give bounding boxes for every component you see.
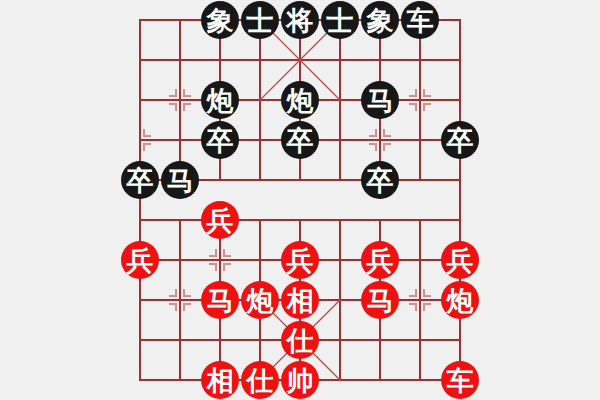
xiangqi-screenshot: 象士将士象车炮炮马卒卒卒卒马卒兵兵兵兵兵马炮相马炮仕相仕帅车 (0, 0, 600, 400)
piece-black-soldier[interactable]: 卒 (281, 121, 319, 159)
piece-black-elephant[interactable]: 象 (361, 1, 399, 39)
piece-red-advisor[interactable]: 仕 (241, 361, 279, 399)
piece-red-elephant[interactable]: 相 (201, 361, 239, 399)
piece-red-cannon[interactable]: 炮 (441, 281, 479, 319)
piece-black-elephant[interactable]: 象 (201, 1, 239, 39)
piece-black-cannon[interactable]: 炮 (281, 81, 319, 119)
piece-black-cannon[interactable]: 炮 (201, 81, 239, 119)
piece-red-soldier[interactable]: 兵 (281, 241, 319, 279)
piece-red-general[interactable]: 帅 (281, 361, 319, 399)
piece-black-soldier[interactable]: 卒 (201, 121, 239, 159)
piece-red-cannon[interactable]: 炮 (241, 281, 279, 319)
piece-black-soldier[interactable]: 卒 (441, 121, 479, 159)
piece-red-horse[interactable]: 马 (201, 281, 239, 319)
piece-black-general[interactable]: 将 (281, 1, 319, 39)
piece-black-horse[interactable]: 马 (361, 81, 399, 119)
piece-red-soldier[interactable]: 兵 (441, 241, 479, 279)
piece-black-soldier[interactable]: 卒 (121, 161, 159, 199)
piece-red-soldier[interactable]: 兵 (121, 241, 159, 279)
piece-black-advisor[interactable]: 士 (321, 1, 359, 39)
piece-red-advisor[interactable]: 仕 (281, 321, 319, 359)
piece-red-horse[interactable]: 马 (361, 281, 399, 319)
piece-black-soldier[interactable]: 卒 (361, 161, 399, 199)
piece-red-elephant[interactable]: 相 (281, 281, 319, 319)
piece-black-chariot[interactable]: 车 (401, 1, 439, 39)
piece-red-soldier[interactable]: 兵 (361, 241, 399, 279)
xiangqi-board[interactable]: 象士将士象车炮炮马卒卒卒卒马卒兵兵兵兵兵马炮相马炮仕相仕帅车 (120, 0, 480, 400)
piece-red-soldier[interactable]: 兵 (201, 201, 239, 239)
piece-black-advisor[interactable]: 士 (241, 1, 279, 39)
piece-red-chariot[interactable]: 车 (441, 361, 479, 399)
piece-black-horse[interactable]: 马 (161, 161, 199, 199)
